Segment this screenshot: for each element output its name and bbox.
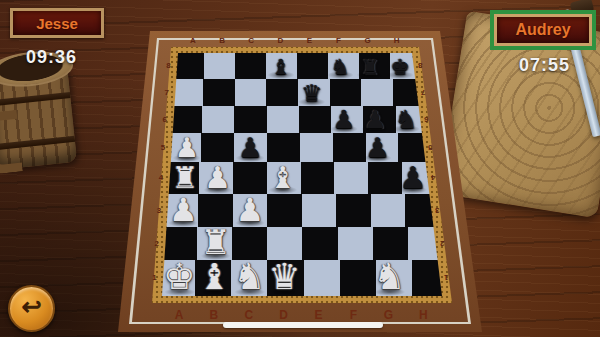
rank-label-left: 2 bbox=[154, 239, 158, 248]
rank-label-left: 5 bbox=[161, 143, 165, 152]
white-pawn-a5[interactable]: ♟ bbox=[175, 134, 199, 161]
rank-label-right: 1 bbox=[444, 273, 448, 282]
file-label-bottom: H bbox=[419, 308, 428, 322]
white-queen-d1[interactable]: ♛ bbox=[268, 259, 300, 295]
file-label-bottom: C bbox=[244, 308, 253, 322]
square-e6[interactable] bbox=[299, 106, 331, 133]
rank-label-right: 7 bbox=[421, 88, 425, 97]
square-e8[interactable] bbox=[297, 53, 328, 79]
square-b8[interactable] bbox=[204, 53, 235, 79]
timer-white: 09:36 bbox=[26, 47, 77, 68]
square-f1[interactable] bbox=[340, 260, 376, 296]
file-label-top: A bbox=[190, 36, 196, 45]
file-label-bottom: F bbox=[350, 308, 357, 322]
back-button[interactable]: ↩ bbox=[8, 285, 55, 332]
rank-label-left: 4 bbox=[159, 173, 163, 182]
player-name-white: Jesse bbox=[36, 15, 78, 32]
white-bishop-b1[interactable]: ♝ bbox=[198, 259, 230, 295]
square-a8[interactable] bbox=[173, 53, 204, 79]
white-rook-a4[interactable]: ♜ bbox=[172, 163, 199, 193]
player-name-black: Audrey bbox=[515, 21, 570, 39]
stein-band bbox=[0, 136, 75, 150]
rank-label-right: 4 bbox=[431, 173, 435, 182]
white-rook-b2[interactable]: ♜ bbox=[200, 225, 230, 259]
timer-black: 07:55 bbox=[519, 55, 570, 76]
square-e3[interactable] bbox=[302, 194, 337, 227]
square-c6[interactable] bbox=[234, 106, 266, 133]
square-g7[interactable] bbox=[361, 79, 393, 106]
black-rook-g8[interactable]: ♜ bbox=[361, 57, 380, 78]
square-c7[interactable] bbox=[235, 79, 267, 106]
rank-label-left: 7 bbox=[164, 88, 168, 97]
white-bishop-d4[interactable]: ♝ bbox=[269, 163, 296, 193]
file-label-bottom: D bbox=[279, 308, 288, 322]
beer-stein bbox=[0, 58, 77, 170]
file-label-bottom: B bbox=[210, 308, 219, 322]
table-surface: AABBCCDDEEFFGGHH8877665544332211 ♚♜♞♝♛♟♟… bbox=[0, 0, 600, 337]
file-label-bottom: G bbox=[384, 308, 393, 322]
square-a6[interactable] bbox=[170, 106, 202, 133]
square-e1[interactable] bbox=[304, 260, 340, 296]
square-b5[interactable] bbox=[201, 133, 234, 162]
black-pawn-c5[interactable]: ♟ bbox=[238, 134, 262, 161]
square-e2[interactable] bbox=[302, 227, 337, 260]
square-d3[interactable] bbox=[267, 194, 302, 227]
white-pawn-c3[interactable]: ♟ bbox=[236, 194, 265, 226]
black-queen-e7[interactable]: ♛ bbox=[301, 82, 322, 105]
square-c4[interactable] bbox=[233, 162, 267, 194]
rank-label-right: 3 bbox=[435, 206, 439, 215]
rank-label-left: 3 bbox=[157, 206, 161, 215]
file-label-top: D bbox=[277, 36, 283, 45]
file-label-top: G bbox=[364, 36, 370, 45]
black-pawn-f6[interactable]: ♟ bbox=[333, 107, 355, 132]
square-b6[interactable] bbox=[202, 106, 234, 133]
rank-label-left: 6 bbox=[163, 115, 167, 124]
rank-label-right: 5 bbox=[428, 143, 432, 152]
file-label-top: F bbox=[336, 36, 341, 45]
file-label-top: B bbox=[219, 36, 225, 45]
square-d7[interactable] bbox=[266, 79, 298, 106]
file-label-top: H bbox=[394, 36, 400, 45]
back-arrow-icon: ↩ bbox=[21, 293, 41, 321]
rank-label-right: 6 bbox=[424, 115, 428, 124]
square-g3[interactable] bbox=[371, 194, 406, 227]
square-f4[interactable] bbox=[334, 162, 368, 194]
black-king-h8[interactable]: ♚ bbox=[391, 57, 410, 78]
square-f2[interactable] bbox=[338, 227, 373, 260]
square-d5[interactable] bbox=[267, 133, 300, 162]
white-pawn-a3[interactable]: ♟ bbox=[169, 194, 198, 226]
white-pawn-b4[interactable]: ♟ bbox=[204, 163, 231, 193]
black-bishop-d8[interactable]: ♝ bbox=[271, 57, 290, 78]
file-label-bottom: E bbox=[315, 308, 323, 322]
white-knight-c1[interactable]: ♞ bbox=[233, 259, 265, 295]
file-label-top: C bbox=[248, 36, 254, 45]
rank-label-right: 8 bbox=[418, 61, 422, 70]
rank-label-left: 1 bbox=[152, 273, 156, 282]
white-knight-g1[interactable]: ♞ bbox=[373, 259, 405, 295]
rank-label-right: 2 bbox=[440, 239, 444, 248]
player-plate-white: Jesse bbox=[10, 8, 104, 38]
player-plate-black: Audrey bbox=[494, 14, 592, 46]
square-d6[interactable] bbox=[267, 106, 299, 133]
file-label-bottom: A bbox=[175, 308, 184, 322]
square-g4[interactable] bbox=[368, 162, 402, 194]
white-king-a1[interactable]: ♚ bbox=[163, 259, 195, 295]
square-c8[interactable] bbox=[235, 53, 266, 79]
file-label-top: E bbox=[307, 36, 312, 45]
square-e5[interactable] bbox=[300, 133, 333, 162]
bottom-highlight-bar bbox=[223, 322, 383, 328]
stein-band bbox=[0, 92, 71, 106]
black-pawn-h4[interactable]: ♟ bbox=[400, 163, 427, 193]
square-a7[interactable] bbox=[172, 79, 204, 106]
black-knight-f8[interactable]: ♞ bbox=[331, 57, 350, 78]
square-b7[interactable] bbox=[203, 79, 235, 106]
black-pawn-g5[interactable]: ♟ bbox=[366, 134, 390, 161]
black-pawn-g6[interactable]: ♟ bbox=[364, 107, 386, 132]
black-knight-h6[interactable]: ♞ bbox=[395, 107, 417, 132]
square-e4[interactable] bbox=[301, 162, 335, 194]
square-f7[interactable] bbox=[330, 79, 362, 106]
square-f3[interactable] bbox=[336, 194, 371, 227]
square-f5[interactable] bbox=[333, 133, 366, 162]
rank-label-left: 8 bbox=[166, 61, 170, 70]
